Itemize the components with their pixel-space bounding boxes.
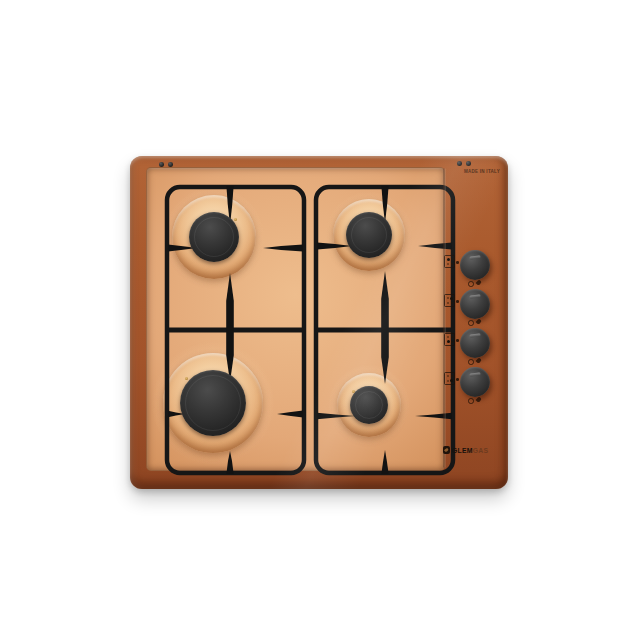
burner-selector-icon [444, 255, 455, 268]
burner-dot [447, 375, 449, 377]
made-in-italy-label: MADE IN ITALY [464, 169, 490, 174]
burner-dot [447, 302, 449, 304]
burner-cap-front-right [350, 386, 388, 424]
burner-dot [447, 263, 449, 265]
index-dot [456, 339, 459, 342]
enamel-cooktop-surface [146, 167, 445, 471]
knob-indicator [469, 333, 480, 337]
flame-symbol-icon [476, 279, 482, 285]
burner-selector-icon [444, 333, 455, 346]
product-photo-stage: MADE IN ITALY [0, 0, 640, 640]
burner-control-knob-3[interactable] [460, 328, 490, 358]
burner-cap-rear-left [189, 212, 239, 262]
flame-symbol-icon [476, 357, 482, 363]
flame-setting-marks [468, 397, 492, 403]
burner-dot [451, 375, 453, 377]
selected-burner-dot [450, 297, 453, 300]
burner-dot [447, 380, 449, 382]
burner-cap-rear-right [346, 212, 392, 258]
igniter-icon [185, 377, 188, 380]
flame-logo-icon [443, 446, 450, 454]
burner-cap-ring [351, 217, 387, 253]
burner-dot [451, 341, 453, 343]
burner-cap-ring [355, 391, 383, 419]
knob-row-4 [444, 364, 506, 400]
screw-icon [159, 162, 164, 167]
knob-row-1 [444, 247, 506, 283]
burner-cap-ring [185, 375, 241, 431]
burner-dot [447, 297, 449, 299]
burner-cap-ring [194, 217, 234, 257]
igniter-icon [234, 218, 237, 221]
burner-control-knob-2[interactable] [460, 289, 490, 319]
knob-row-3 [444, 325, 506, 361]
igniter-icon [352, 390, 355, 393]
selected-burner-dot [450, 379, 453, 382]
flame-symbol-icon [476, 396, 482, 402]
brand-logo: GLEMGAS [443, 445, 505, 455]
screw-icon [457, 161, 462, 166]
screw-icon [168, 162, 173, 167]
burner-cap-front-left [180, 370, 246, 436]
brand-light: GAS [472, 446, 488, 453]
burner-selector-icon [444, 294, 455, 307]
index-dot [456, 261, 459, 264]
burner-dot [451, 302, 453, 304]
burner-dot [451, 258, 453, 260]
flame-symbol-icon [476, 318, 482, 324]
screw-icon [466, 161, 471, 166]
knob-indicator [469, 372, 480, 376]
selected-burner-dot [447, 258, 450, 261]
burner-control-knob-1[interactable] [460, 250, 490, 280]
knob-indicator [469, 255, 480, 259]
index-dot [456, 378, 459, 381]
burner-selector-icon [444, 372, 455, 385]
selected-burner-dot [447, 340, 450, 343]
knob-row-2 [444, 286, 506, 322]
brand-bold: GLEM [452, 446, 473, 453]
burner-control-knob-4[interactable] [460, 367, 490, 397]
brand-logo-text: GLEMGAS [452, 446, 488, 453]
burner-dot [447, 336, 449, 338]
off-symbol-icon [468, 398, 474, 404]
burner-dot [451, 263, 453, 265]
gas-hob-body: MADE IN ITALY [130, 156, 508, 489]
burner-dot [451, 336, 453, 338]
index-dot [456, 300, 459, 303]
knob-indicator [469, 294, 480, 298]
